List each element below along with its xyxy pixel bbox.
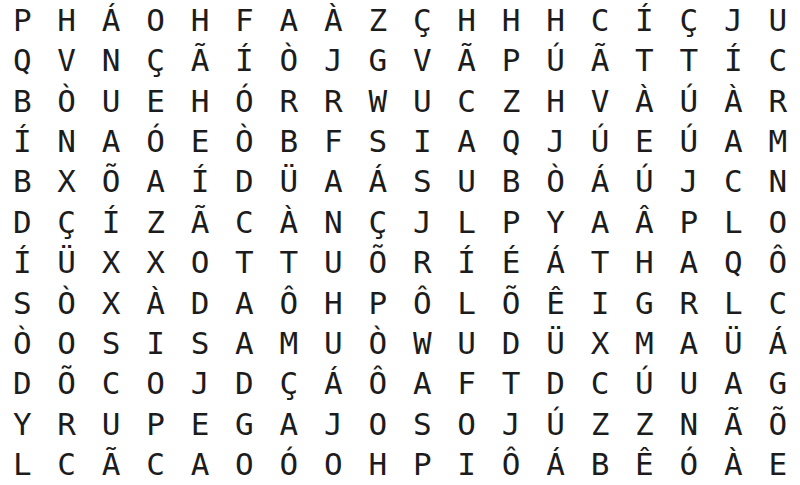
grid-cell[interactable]: L [711, 283, 755, 323]
grid-cell[interactable]: H [356, 445, 400, 485]
grid-cell[interactable]: À [711, 445, 755, 485]
grid-cell[interactable]: Ü [711, 323, 755, 363]
grid-cell[interactable]: V [400, 40, 444, 80]
grid-cell[interactable]: S [400, 162, 444, 202]
grid-cell[interactable]: Ó [133, 121, 177, 161]
grid-cell[interactable]: H [622, 243, 666, 283]
grid-cell[interactable]: U [756, 0, 800, 40]
grid-cell[interactable]: X [89, 243, 133, 283]
grid-cell[interactable]: A [267, 0, 311, 40]
grid-cell[interactable]: Ç [44, 202, 88, 242]
grid-cell[interactable]: L [444, 283, 488, 323]
grid-cell[interactable]: L [711, 202, 755, 242]
grid-cell[interactable]: C [89, 364, 133, 404]
grid-cell[interactable]: P [489, 202, 533, 242]
grid-cell[interactable]: D [0, 364, 44, 404]
grid-cell[interactable]: Ê [533, 283, 577, 323]
grid-cell[interactable]: O [756, 202, 800, 242]
grid-cell[interactable]: V [578, 81, 622, 121]
grid-cell[interactable]: X [133, 243, 177, 283]
grid-cell[interactable]: R [756, 81, 800, 121]
grid-cell[interactable]: D [222, 364, 266, 404]
grid-cell[interactable]: A [711, 121, 755, 161]
grid-cell[interactable]: A [178, 445, 222, 485]
grid-cell[interactable]: G [756, 364, 800, 404]
grid-cell[interactable]: G [622, 283, 666, 323]
grid-cell[interactable]: Õ [44, 364, 88, 404]
grid-cell[interactable]: Ã [444, 40, 488, 80]
grid-cell[interactable]: Z [133, 202, 177, 242]
grid-cell[interactable]: V [44, 40, 88, 80]
grid-cell[interactable]: O [444, 404, 488, 444]
grid-cell[interactable]: M [267, 323, 311, 363]
grid-cell[interactable]: C [444, 81, 488, 121]
grid-cell[interactable]: T [667, 40, 711, 80]
grid-cell[interactable]: W [356, 81, 400, 121]
grid-cell[interactable]: H [178, 0, 222, 40]
grid-cell[interactable]: A [89, 121, 133, 161]
grid-cell[interactable]: Í [178, 162, 222, 202]
grid-cell[interactable]: Q [489, 121, 533, 161]
grid-cell[interactable]: C [711, 162, 755, 202]
grid-cell[interactable]: P [400, 445, 444, 485]
grid-cell[interactable]: A [667, 323, 711, 363]
grid-cell[interactable]: Z [578, 404, 622, 444]
grid-cell[interactable]: A [267, 404, 311, 444]
grid-cell[interactable]: F [444, 364, 488, 404]
grid-cell[interactable]: A [711, 364, 755, 404]
grid-cell[interactable]: P [667, 202, 711, 242]
grid-cell[interactable]: C [756, 283, 800, 323]
word-search-grid: PHÁOHFAÀZÇHHHCÍÇJUQVNÇÃÍÒJGVÃPÚÃTTÍCBÒUE… [0, 0, 800, 485]
grid-cell[interactable]: P [133, 404, 177, 444]
grid-cell[interactable]: Ã [89, 445, 133, 485]
grid-cell[interactable]: Ú [533, 40, 577, 80]
grid-cell[interactable]: H [444, 0, 488, 40]
grid-cell[interactable]: À [711, 81, 755, 121]
grid-cell[interactable]: O [222, 445, 266, 485]
grid-cell[interactable]: Ó [267, 445, 311, 485]
grid-cell[interactable]: Ó [667, 445, 711, 485]
grid-cell[interactable]: G [356, 40, 400, 80]
grid-cell[interactable]: A [133, 162, 177, 202]
grid-cell[interactable]: A [222, 323, 266, 363]
grid-cell[interactable]: E [133, 81, 177, 121]
grid-cell[interactable]: S [89, 323, 133, 363]
grid-cell[interactable]: Y [533, 202, 577, 242]
grid-cell[interactable]: À [311, 0, 355, 40]
grid-cell[interactable]: C [578, 364, 622, 404]
grid-cell[interactable]: Ô [756, 243, 800, 283]
grid-cell[interactable]: Ò [222, 121, 266, 161]
grid-cell[interactable]: B [267, 121, 311, 161]
grid-cell[interactable]: Ú [667, 121, 711, 161]
grid-cell[interactable]: H [489, 0, 533, 40]
grid-cell[interactable]: À [133, 283, 177, 323]
grid-cell[interactable]: J [533, 121, 577, 161]
grid-cell[interactable]: H [311, 283, 355, 323]
grid-cell[interactable]: M [622, 323, 666, 363]
grid-cell[interactable]: P [489, 40, 533, 80]
grid-cell[interactable]: T [267, 243, 311, 283]
grid-cell[interactable]: Ô [400, 283, 444, 323]
grid-cell[interactable]: B [578, 445, 622, 485]
grid-cell[interactable]: J [667, 162, 711, 202]
grid-cell[interactable]: Á [533, 445, 577, 485]
grid-cell[interactable]: Á [89, 0, 133, 40]
grid-cell[interactable]: S [0, 283, 44, 323]
grid-cell[interactable]: J [400, 202, 444, 242]
grid-cell[interactable]: U [400, 81, 444, 121]
grid-cell[interactable]: D [489, 323, 533, 363]
grid-cell[interactable]: Ã [711, 404, 755, 444]
grid-cell[interactable]: I [400, 121, 444, 161]
grid-cell[interactable]: A [311, 162, 355, 202]
grid-cell[interactable]: N [89, 40, 133, 80]
grid-cell[interactable]: Z [489, 81, 533, 121]
grid-cell[interactable]: U [311, 243, 355, 283]
grid-cell[interactable]: L [0, 445, 44, 485]
grid-cell[interactable]: T [489, 364, 533, 404]
grid-cell[interactable]: I [444, 445, 488, 485]
grid-cell[interactable]: O [178, 243, 222, 283]
grid-cell[interactable]: C [133, 445, 177, 485]
grid-cell[interactable]: À [622, 81, 666, 121]
grid-cell[interactable]: X [89, 283, 133, 323]
grid-cell[interactable]: Á [356, 162, 400, 202]
grid-cell[interactable]: B [489, 162, 533, 202]
grid-cell[interactable]: Z [356, 0, 400, 40]
grid-cell[interactable]: O [133, 0, 177, 40]
grid-cell[interactable]: D [533, 364, 577, 404]
grid-cell[interactable]: Ü [533, 323, 577, 363]
grid-cell[interactable]: Á [533, 243, 577, 283]
grid-cell[interactable]: Ô [489, 445, 533, 485]
grid-cell[interactable]: Ú [578, 121, 622, 161]
grid-cell[interactable]: X [578, 323, 622, 363]
grid-cell[interactable]: G [222, 404, 266, 444]
grid-cell[interactable]: F [311, 121, 355, 161]
grid-cell[interactable]: Í [0, 243, 44, 283]
grid-cell[interactable]: A [222, 283, 266, 323]
grid-cell[interactable]: Õ [489, 283, 533, 323]
grid-cell[interactable]: Ú [622, 162, 666, 202]
grid-cell[interactable]: Y [0, 404, 44, 444]
grid-cell[interactable]: A [400, 364, 444, 404]
grid-cell[interactable]: Ü [267, 162, 311, 202]
grid-cell[interactable]: C [578, 0, 622, 40]
grid-cell[interactable]: D [178, 283, 222, 323]
grid-cell[interactable]: Q [711, 243, 755, 283]
grid-cell[interactable]: Ò [0, 323, 44, 363]
grid-cell[interactable]: Í [444, 243, 488, 283]
grid-cell[interactable]: O [311, 445, 355, 485]
grid-cell[interactable]: O [133, 364, 177, 404]
grid-cell[interactable]: Ú [667, 81, 711, 121]
grid-cell[interactable]: À [267, 202, 311, 242]
grid-cell[interactable]: Ç [356, 202, 400, 242]
grid-cell[interactable]: J [311, 404, 355, 444]
grid-cell[interactable]: U [311, 323, 355, 363]
grid-cell[interactable]: H [533, 81, 577, 121]
grid-cell[interactable]: E [756, 445, 800, 485]
grid-cell[interactable]: H [533, 0, 577, 40]
grid-cell[interactable]: O [356, 404, 400, 444]
grid-cell[interactable]: Í [711, 40, 755, 80]
grid-cell[interactable]: É [489, 243, 533, 283]
grid-cell[interactable]: Ò [356, 323, 400, 363]
grid-cell[interactable]: J [311, 40, 355, 80]
grid-cell[interactable]: T [622, 40, 666, 80]
grid-cell[interactable]: O [44, 323, 88, 363]
grid-cell[interactable]: Ú [622, 364, 666, 404]
grid-cell[interactable]: Ç [400, 0, 444, 40]
grid-cell[interactable]: J [178, 364, 222, 404]
grid-cell[interactable]: Ç [133, 40, 177, 80]
grid-cell[interactable]: U [444, 323, 488, 363]
grid-cell[interactable]: N [756, 162, 800, 202]
grid-cell[interactable]: Í [0, 121, 44, 161]
grid-cell[interactable]: D [0, 202, 44, 242]
grid-cell[interactable]: U [444, 162, 488, 202]
grid-cell[interactable]: Í [89, 202, 133, 242]
grid-cell[interactable]: E [622, 121, 666, 161]
grid-cell[interactable]: N [311, 202, 355, 242]
grid-cell[interactable]: D [222, 162, 266, 202]
grid-cell[interactable]: R [44, 404, 88, 444]
grid-cell[interactable]: T [222, 243, 266, 283]
grid-cell[interactable]: Õ [356, 243, 400, 283]
grid-cell[interactable]: C [222, 202, 266, 242]
grid-cell[interactable]: Õ [89, 162, 133, 202]
grid-cell[interactable]: H [178, 81, 222, 121]
grid-cell[interactable]: Ê [622, 445, 666, 485]
grid-cell[interactable]: R [311, 81, 355, 121]
grid-cell[interactable]: N [667, 404, 711, 444]
grid-cell[interactable]: Ó [222, 81, 266, 121]
grid-cell[interactable]: Í [622, 0, 666, 40]
grid-cell[interactable]: N [44, 121, 88, 161]
grid-cell[interactable]: Â [622, 202, 666, 242]
grid-cell[interactable]: E [178, 121, 222, 161]
grid-cell[interactable]: B [0, 81, 44, 121]
grid-cell[interactable]: H [44, 0, 88, 40]
grid-cell[interactable]: R [667, 283, 711, 323]
grid-cell[interactable]: W [400, 323, 444, 363]
grid-cell[interactable]: A [667, 243, 711, 283]
grid-cell[interactable]: S [400, 404, 444, 444]
grid-cell[interactable]: P [0, 0, 44, 40]
grid-cell[interactable]: C [756, 40, 800, 80]
grid-cell[interactable]: Ç [267, 364, 311, 404]
grid-cell[interactable]: M [756, 121, 800, 161]
grid-cell[interactable]: S [178, 323, 222, 363]
grid-cell[interactable]: Ã [178, 202, 222, 242]
grid-cell[interactable]: I [133, 323, 177, 363]
grid-cell[interactable]: A [444, 121, 488, 161]
grid-cell[interactable]: X [44, 162, 88, 202]
grid-cell[interactable]: I [578, 283, 622, 323]
grid-cell[interactable]: U [89, 404, 133, 444]
grid-cell[interactable]: Í [222, 40, 266, 80]
grid-cell[interactable]: E [178, 404, 222, 444]
grid-cell[interactable]: Õ [756, 404, 800, 444]
grid-cell[interactable]: Ç [667, 0, 711, 40]
grid-cell[interactable]: J [711, 0, 755, 40]
grid-cell[interactable]: Ô [356, 364, 400, 404]
grid-cell[interactable]: P [356, 283, 400, 323]
grid-cell[interactable]: Q [0, 40, 44, 80]
grid-cell[interactable]: T [578, 243, 622, 283]
grid-cell[interactable]: Ú [533, 404, 577, 444]
grid-cell[interactable]: Ô [267, 283, 311, 323]
grid-cell[interactable]: F [222, 0, 266, 40]
grid-cell[interactable]: R [267, 81, 311, 121]
grid-cell[interactable]: Á [311, 364, 355, 404]
grid-cell[interactable]: Ò [44, 283, 88, 323]
grid-cell[interactable]: Á [756, 323, 800, 363]
grid-cell[interactable]: L [444, 202, 488, 242]
grid-cell[interactable]: S [356, 121, 400, 161]
grid-cell[interactable]: R [400, 243, 444, 283]
grid-cell[interactable]: Ü [44, 243, 88, 283]
grid-cell[interactable]: Á [578, 162, 622, 202]
grid-cell[interactable]: Ã [578, 40, 622, 80]
grid-cell[interactable]: Z [622, 404, 666, 444]
grid-cell[interactable]: U [89, 81, 133, 121]
grid-cell[interactable]: J [489, 404, 533, 444]
grid-cell[interactable]: A [578, 202, 622, 242]
grid-cell[interactable]: Ò [267, 40, 311, 80]
grid-cell[interactable]: U [667, 364, 711, 404]
grid-cell[interactable]: Ò [44, 81, 88, 121]
grid-cell[interactable]: C [44, 445, 88, 485]
grid-cell[interactable]: B [0, 162, 44, 202]
grid-cell[interactable]: Ã [178, 40, 222, 80]
grid-cell[interactable]: Ò [533, 162, 577, 202]
